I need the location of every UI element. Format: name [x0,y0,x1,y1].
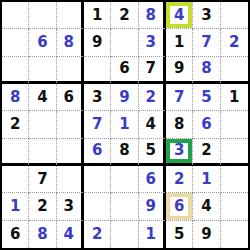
cell-r4c8[interactable]: 5 [193,84,220,111]
cell-r7c1[interactable] [2,166,29,193]
cell-r2c2[interactable]: 6 [29,29,56,56]
cell-r4c6[interactable]: 2 [139,84,166,111]
cell-r6c3[interactable] [57,139,84,166]
cell-r6c5[interactable]: 8 [111,139,138,166]
cell-r6c2[interactable] [29,139,56,166]
cell-r3c8[interactable]: 8 [193,57,220,84]
cell-r9c2[interactable]: 8 [29,221,56,248]
cell-r3c5[interactable]: 6 [111,57,138,84]
cell-r7c8[interactable]: 1 [193,166,220,193]
cell-r2c4[interactable]: 9 [84,29,111,56]
cell-r8c9[interactable] [221,193,248,220]
cell-r4c1[interactable]: 8 [2,84,29,111]
cell-r7c2[interactable]: 7 [29,166,56,193]
cell-r1c1[interactable] [2,2,29,29]
cell-r3c9[interactable] [221,57,248,84]
cell-r6c6[interactable]: 5 [139,139,166,166]
cell-r7c4[interactable] [84,166,111,193]
cell-r9c5[interactable] [111,221,138,248]
cell-r5c6[interactable]: 4 [139,111,166,138]
cell-r3c4[interactable] [84,57,111,84]
cell-r8c1[interactable]: 1 [2,193,29,220]
cell-r6c9[interactable] [221,139,248,166]
cell-r2c3[interactable]: 8 [57,29,84,56]
cell-r4c3[interactable]: 6 [57,84,84,111]
cell-r8c3[interactable]: 3 [57,193,84,220]
cell-r1c3[interactable] [57,2,84,29]
cell-r5c5[interactable]: 1 [111,111,138,138]
cell-r5c9[interactable] [221,111,248,138]
cell-r9c6[interactable]: 1 [139,221,166,248]
cell-r4c9[interactable]: 1 [221,84,248,111]
cell-r6c8[interactable]: 2 [193,139,220,166]
cell-r6c7[interactable]: 3 [166,139,193,166]
cell-r5c7[interactable]: 8 [166,111,193,138]
cell-r2c6[interactable]: 3 [139,29,166,56]
cell-r7c5[interactable] [111,166,138,193]
cell-r3c6[interactable]: 7 [139,57,166,84]
cell-r5c1[interactable]: 2 [2,111,29,138]
cell-r2c9[interactable]: 2 [221,29,248,56]
cell-r9c9[interactable] [221,221,248,248]
cell-r1c2[interactable] [29,2,56,29]
cell-r8c8[interactable]: 4 [193,193,220,220]
cell-r9c1[interactable]: 6 [2,221,29,248]
cell-r8c7[interactable]: 6 [166,193,193,220]
cell-r5c3[interactable] [57,111,84,138]
cell-r9c8[interactable]: 9 [193,221,220,248]
cell-r6c4[interactable]: 6 [84,139,111,166]
cell-r7c6[interactable]: 6 [139,166,166,193]
cell-r3c7[interactable]: 9 [166,57,193,84]
cell-r4c7[interactable]: 7 [166,84,193,111]
cell-r5c2[interactable] [29,111,56,138]
cell-r4c4[interactable]: 3 [84,84,111,111]
cell-r1c6[interactable]: 8 [139,2,166,29]
cell-r4c2[interactable]: 4 [29,84,56,111]
cell-r1c4[interactable]: 1 [84,2,111,29]
cell-r9c3[interactable]: 4 [57,221,84,248]
cell-r1c5[interactable]: 2 [111,2,138,29]
cell-r2c1[interactable] [2,29,29,56]
cell-r2c7[interactable]: 1 [166,29,193,56]
sudoku-board: 1284368931726798846392751271486685327621… [0,0,250,250]
cell-r3c2[interactable] [29,57,56,84]
cell-r5c8[interactable]: 6 [193,111,220,138]
cell-r3c1[interactable] [2,57,29,84]
cell-r3c3[interactable] [57,57,84,84]
cell-r1c8[interactable]: 3 [193,2,220,29]
cell-r1c9[interactable] [221,2,248,29]
cell-r8c2[interactable]: 2 [29,193,56,220]
cell-r9c4[interactable]: 2 [84,221,111,248]
cell-r9c7[interactable]: 5 [166,221,193,248]
cell-r2c5[interactable] [111,29,138,56]
cell-r6c1[interactable] [2,139,29,166]
cell-r5c4[interactable]: 7 [84,111,111,138]
cell-r8c4[interactable] [84,193,111,220]
cell-r7c3[interactable] [57,166,84,193]
cell-r7c9[interactable] [221,166,248,193]
cell-r1c7[interactable]: 4 [166,2,193,29]
cell-r4c5[interactable]: 9 [111,84,138,111]
cell-r7c7[interactable]: 2 [166,166,193,193]
cell-r8c5[interactable] [111,193,138,220]
cell-r2c8[interactable]: 7 [193,29,220,56]
cell-r8c6[interactable]: 9 [139,193,166,220]
